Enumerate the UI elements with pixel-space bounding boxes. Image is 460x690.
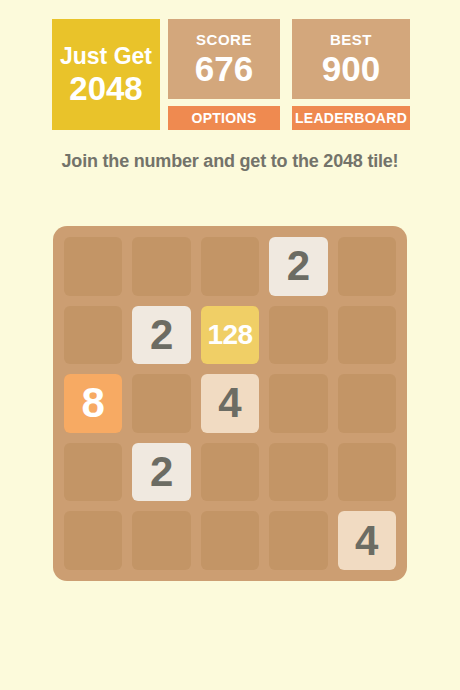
- app-title-line1: Just Get: [60, 42, 152, 70]
- tile-2: 2: [132, 306, 190, 365]
- cell-r4c5: [338, 443, 396, 502]
- cell-r5c5: 4: [338, 511, 396, 570]
- tile-4: 4: [338, 511, 396, 570]
- best-box: BEST 900: [292, 19, 410, 99]
- cell-r1c3: [201, 237, 259, 296]
- tile-4: 4: [201, 374, 259, 433]
- cell-r3c1: 8: [64, 374, 122, 433]
- cell-r5c1: [64, 511, 122, 570]
- cell-r3c3: 4: [201, 374, 259, 433]
- game-board[interactable]: 221288424: [53, 226, 407, 581]
- cell-r3c5: [338, 374, 396, 433]
- cell-r1c2: [132, 237, 190, 296]
- cell-r3c2: [132, 374, 190, 433]
- cell-r1c1: [64, 237, 122, 296]
- best-panel: BEST 900 LEADERBOARD: [292, 19, 410, 130]
- cell-r2c1: [64, 306, 122, 365]
- best-label: BEST: [330, 30, 372, 50]
- cell-r2c5: [338, 306, 396, 365]
- cell-r4c3: [201, 443, 259, 502]
- cell-r4c2: 2: [132, 443, 190, 502]
- score-label: SCORE: [196, 30, 252, 50]
- cell-r3c4: [269, 374, 327, 433]
- cell-r2c4: [269, 306, 327, 365]
- cell-r2c3: 128: [201, 306, 259, 365]
- score-panel: SCORE 676 OPTIONS: [168, 19, 280, 130]
- best-value: 900: [322, 50, 380, 88]
- options-button[interactable]: OPTIONS: [168, 106, 280, 130]
- score-box: SCORE 676: [168, 19, 280, 99]
- tile-8: 8: [64, 374, 122, 433]
- cell-r5c4: [269, 511, 327, 570]
- cell-r1c5: [338, 237, 396, 296]
- app-background: { "game": "2048", "app_name": "Just Get …: [0, 0, 460, 690]
- cell-r1c4: 2: [269, 237, 327, 296]
- cell-r5c2: [132, 511, 190, 570]
- leaderboard-button[interactable]: LEADERBOARD: [292, 106, 410, 130]
- cell-r2c2: 2: [132, 306, 190, 365]
- app-title: Just Get 2048: [52, 19, 160, 130]
- cell-r4c4: [269, 443, 327, 502]
- tile-2: 2: [132, 443, 190, 502]
- app-title-line2: 2048: [69, 70, 142, 108]
- cell-r4c1: [64, 443, 122, 502]
- subtitle: Join the number and get to the 2048 tile…: [0, 151, 460, 172]
- tile-128: 128: [201, 306, 259, 365]
- score-value: 676: [195, 50, 253, 88]
- cell-r5c3: [201, 511, 259, 570]
- tile-2: 2: [269, 237, 327, 296]
